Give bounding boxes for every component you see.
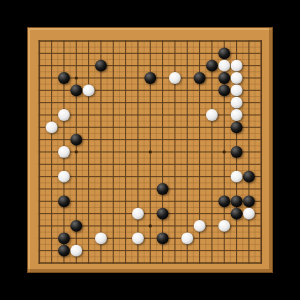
black-stone[interactable] (206, 60, 218, 72)
white-stone[interactable] (218, 60, 230, 72)
white-stone[interactable] (169, 72, 181, 84)
white-stone[interactable] (231, 60, 243, 72)
white-stone[interactable] (70, 245, 82, 257)
star-point (75, 150, 78, 153)
black-stone[interactable] (157, 232, 169, 244)
white-stone[interactable] (231, 72, 243, 84)
go-board-grid[interactable] (28, 28, 274, 274)
white-stone[interactable] (231, 84, 243, 96)
star-point (149, 150, 152, 153)
black-stone[interactable] (58, 195, 70, 207)
black-stone[interactable] (194, 72, 206, 84)
white-stone[interactable] (231, 97, 243, 109)
black-stone[interactable] (231, 121, 243, 133)
star-point (223, 150, 226, 153)
white-stone[interactable] (231, 171, 243, 183)
black-stone[interactable] (218, 72, 230, 84)
white-stone[interactable] (83, 84, 95, 96)
white-stone[interactable] (181, 232, 193, 244)
white-stone[interactable] (194, 220, 206, 232)
white-stone[interactable] (58, 146, 70, 158)
black-stone[interactable] (218, 195, 230, 207)
go-app-screenshot (0, 0, 300, 300)
white-stone[interactable] (206, 109, 218, 121)
black-stone[interactable] (58, 72, 70, 84)
black-stone[interactable] (218, 84, 230, 96)
black-stone[interactable] (70, 134, 82, 146)
black-stone[interactable] (157, 183, 169, 195)
white-stone[interactable] (231, 109, 243, 121)
black-stone[interactable] (58, 232, 70, 244)
star-point (75, 76, 78, 79)
star-point (149, 224, 152, 227)
black-stone[interactable] (144, 72, 156, 84)
black-stone[interactable] (70, 84, 82, 96)
white-stone[interactable] (132, 232, 144, 244)
black-stone[interactable] (95, 60, 107, 72)
black-stone[interactable] (231, 208, 243, 220)
white-stone[interactable] (58, 171, 70, 183)
black-stone[interactable] (218, 47, 230, 59)
black-stone[interactable] (231, 146, 243, 158)
black-stone[interactable] (243, 171, 255, 183)
black-stone[interactable] (157, 208, 169, 220)
white-stone[interactable] (132, 208, 144, 220)
white-stone[interactable] (95, 232, 107, 244)
white-stone[interactable] (243, 208, 255, 220)
black-stone[interactable] (231, 195, 243, 207)
go-board[interactable] (27, 27, 273, 273)
black-stone[interactable] (243, 195, 255, 207)
black-stone[interactable] (70, 220, 82, 232)
black-stone[interactable] (58, 245, 70, 257)
white-stone[interactable] (218, 220, 230, 232)
white-stone[interactable] (46, 121, 58, 133)
white-stone[interactable] (58, 109, 70, 121)
